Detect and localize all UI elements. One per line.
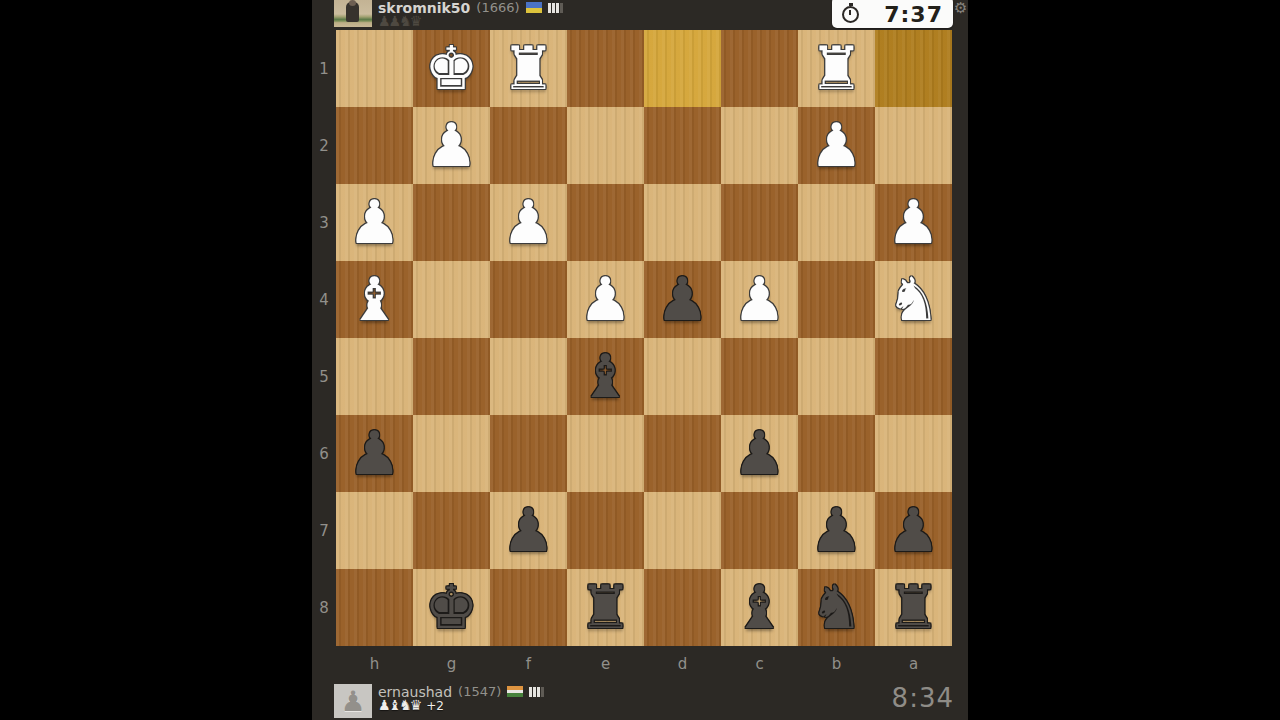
top-player-captured-pieces: ♟♟♞♛	[378, 15, 563, 28]
square-d3[interactable]	[644, 184, 721, 261]
rank-label-3: 3	[312, 184, 336, 261]
top-player-rating: (1666)	[476, 0, 519, 15]
bottom-player-avatar[interactable]: ♟	[334, 684, 372, 718]
square-e8[interactable]: ♜	[567, 569, 644, 646]
top-player-signal-icon	[548, 2, 563, 13]
square-f3[interactable]: ♟	[490, 184, 567, 261]
white-piece-e4[interactable]: ♟	[579, 261, 633, 338]
black-piece-f7[interactable]: ♟	[502, 492, 556, 569]
black-piece-a7[interactable]: ♟	[887, 492, 941, 569]
file-label-d: d	[644, 646, 721, 682]
top-player-bar[interactable]: skromnik50 (1666) ♟♟♞♛ 7:37 ⚙	[312, 0, 968, 28]
white-piece-a4[interactable]: ♞	[887, 261, 941, 338]
rank-label-6: 6	[312, 415, 336, 492]
captured-p-icon: ♟	[378, 697, 389, 713]
captured-q-icon: ♛	[410, 13, 421, 29]
ukraine-flag-icon	[526, 2, 542, 13]
signal-bar	[533, 687, 536, 697]
square-d7[interactable]	[644, 492, 721, 569]
square-g7[interactable]	[413, 492, 490, 569]
black-piece-c8[interactable]: ♝	[733, 569, 787, 646]
white-piece-b1[interactable]: ♜	[810, 30, 864, 107]
square-a7[interactable]: ♟	[875, 492, 952, 569]
square-h7[interactable]	[336, 492, 413, 569]
white-piece-g1[interactable]: ♚	[425, 30, 479, 107]
black-piece-c6[interactable]: ♟	[733, 415, 787, 492]
black-piece-e5[interactable]: ♝	[579, 338, 633, 415]
stopwatch-icon	[842, 6, 859, 23]
file-label-a: a	[875, 646, 952, 682]
file-label-f: f	[490, 646, 567, 682]
black-piece-b8[interactable]: ♞	[810, 569, 864, 646]
square-c7[interactable]	[721, 492, 798, 569]
square-f1[interactable]: ♜	[490, 30, 567, 107]
square-f8[interactable]	[490, 569, 567, 646]
square-a2[interactable]	[875, 107, 952, 184]
square-a1[interactable]	[875, 30, 952, 107]
white-piece-b2[interactable]: ♟	[810, 107, 864, 184]
rank-label-4: 4	[312, 261, 336, 338]
white-piece-a3[interactable]: ♟	[887, 184, 941, 261]
square-d5[interactable]	[644, 338, 721, 415]
game-panel: skromnik50 (1666) ♟♟♞♛ 7:37 ⚙ 12345678 ♚…	[312, 0, 968, 720]
square-a6[interactable]	[875, 415, 952, 492]
square-b2[interactable]: ♟	[798, 107, 875, 184]
square-e1[interactable]	[567, 30, 644, 107]
file-label-e: e	[567, 646, 644, 682]
black-piece-b7[interactable]: ♟	[810, 492, 864, 569]
bottom-clock-time: 8:34	[892, 683, 954, 713]
square-g3[interactable]	[413, 184, 490, 261]
rank-label-7: 7	[312, 492, 336, 569]
square-a4[interactable]: ♞	[875, 261, 952, 338]
square-a5[interactable]	[875, 338, 952, 415]
signal-bar	[537, 687, 540, 697]
square-h6[interactable]: ♟	[336, 415, 413, 492]
square-g6[interactable]	[413, 415, 490, 492]
rank-label-1: 1	[312, 30, 336, 107]
india-flag-icon	[507, 686, 523, 697]
square-d8[interactable]	[644, 569, 721, 646]
square-b8[interactable]: ♞	[798, 569, 875, 646]
square-g1[interactable]: ♚	[413, 30, 490, 107]
square-c2[interactable]	[721, 107, 798, 184]
captured-p-icon: ♟	[378, 13, 389, 29]
square-c3[interactable]	[721, 184, 798, 261]
square-b4[interactable]	[798, 261, 875, 338]
bottom-player-signal-icon	[529, 686, 544, 697]
top-clock-time: 7:37	[884, 2, 943, 27]
black-piece-e8[interactable]: ♜	[579, 569, 633, 646]
square-e7[interactable]	[567, 492, 644, 569]
square-e3[interactable]	[567, 184, 644, 261]
bottom-player-bar[interactable]: ♟ ernaushad (1547) ♟♝♞♛+2 8:34	[312, 682, 968, 720]
signal-bar	[556, 3, 559, 13]
rank-label-2: 2	[312, 107, 336, 184]
square-h8[interactable]	[336, 569, 413, 646]
video-frame: skromnik50 (1666) ♟♟♞♛ 7:37 ⚙ 12345678 ♚…	[0, 0, 1280, 720]
square-e2[interactable]	[567, 107, 644, 184]
square-e5[interactable]: ♝	[567, 338, 644, 415]
bottom-player-captured-pieces: ♟♝♞♛+2	[378, 699, 544, 712]
white-piece-g2[interactable]: ♟	[425, 107, 479, 184]
signal-bar	[560, 3, 563, 13]
square-d6[interactable]	[644, 415, 721, 492]
square-a8[interactable]: ♜	[875, 569, 952, 646]
square-h1[interactable]	[336, 30, 413, 107]
black-piece-d4[interactable]: ♟	[656, 261, 710, 338]
square-d2[interactable]	[644, 107, 721, 184]
square-h5[interactable]	[336, 338, 413, 415]
rank-labels: 12345678	[312, 30, 336, 646]
square-b1[interactable]: ♜	[798, 30, 875, 107]
square-f5[interactable]	[490, 338, 567, 415]
square-c8[interactable]: ♝	[721, 569, 798, 646]
square-h4[interactable]: ♝	[336, 261, 413, 338]
square-c1[interactable]	[721, 30, 798, 107]
square-b3[interactable]	[798, 184, 875, 261]
square-f6[interactable]	[490, 415, 567, 492]
white-piece-h3[interactable]: ♟	[348, 184, 402, 261]
white-piece-f3[interactable]: ♟	[502, 184, 556, 261]
signal-bar	[548, 3, 551, 13]
top-player-info: skromnik50 (1666) ♟♟♞♛	[378, 0, 563, 28]
square-c6[interactable]: ♟	[721, 415, 798, 492]
square-g8[interactable]: ♚	[413, 569, 490, 646]
captured-p-icon: ♟	[389, 13, 400, 29]
white-piece-h4[interactable]: ♝	[348, 261, 402, 338]
bottom-player-rating: (1547)	[458, 684, 501, 699]
file-label-g: g	[413, 646, 490, 682]
square-g2[interactable]: ♟	[413, 107, 490, 184]
square-h3[interactable]: ♟	[336, 184, 413, 261]
captured-b-icon: ♝	[389, 697, 400, 713]
file-label-h: h	[336, 646, 413, 682]
square-a3[interactable]: ♟	[875, 184, 952, 261]
black-piece-g8[interactable]: ♚	[425, 569, 479, 646]
square-f7[interactable]: ♟	[490, 492, 567, 569]
captured-n-icon: ♞	[399, 697, 410, 713]
signal-bar	[529, 687, 532, 697]
bottom-player-info: ernaushad (1547) ♟♝♞♛+2	[378, 684, 544, 712]
square-c4[interactable]: ♟	[721, 261, 798, 338]
square-h2[interactable]	[336, 107, 413, 184]
white-piece-c4[interactable]: ♟	[733, 261, 787, 338]
square-c5[interactable]	[721, 338, 798, 415]
board: ♚♜♜♟♟♟♟♟♝♟♟♟♞♝♟♟♟♟♟♚♜♝♞♜	[336, 30, 952, 646]
file-label-b: b	[798, 646, 875, 682]
square-f4[interactable]	[490, 261, 567, 338]
top-player-clock: 7:37	[832, 0, 953, 28]
signal-bar	[541, 687, 544, 697]
square-d1[interactable]	[644, 30, 721, 107]
white-piece-f1[interactable]: ♜	[502, 30, 556, 107]
settings-gear-icon[interactable]: ⚙	[954, 0, 967, 17]
file-labels: hgfedcba	[336, 646, 952, 682]
square-b6[interactable]	[798, 415, 875, 492]
captured-q-icon: ♛	[410, 697, 421, 713]
square-b7[interactable]: ♟	[798, 492, 875, 569]
captured-n-icon: ♞	[399, 13, 410, 29]
black-piece-a8[interactable]: ♜	[887, 569, 941, 646]
rank-label-8: 8	[312, 569, 336, 646]
black-piece-h6[interactable]: ♟	[348, 415, 402, 492]
square-g4[interactable]	[413, 261, 490, 338]
material-advantage: +2	[426, 699, 444, 713]
pawn-avatar-icon: ♟	[340, 685, 365, 718]
square-d4[interactable]: ♟	[644, 261, 721, 338]
square-g5[interactable]	[413, 338, 490, 415]
rank-label-5: 5	[312, 338, 336, 415]
file-label-c: c	[721, 646, 798, 682]
square-f2[interactable]	[490, 107, 567, 184]
top-player-avatar[interactable]	[334, 0, 372, 27]
square-e6[interactable]	[567, 415, 644, 492]
square-b5[interactable]	[798, 338, 875, 415]
signal-bar	[552, 3, 555, 13]
square-e4[interactable]: ♟	[567, 261, 644, 338]
